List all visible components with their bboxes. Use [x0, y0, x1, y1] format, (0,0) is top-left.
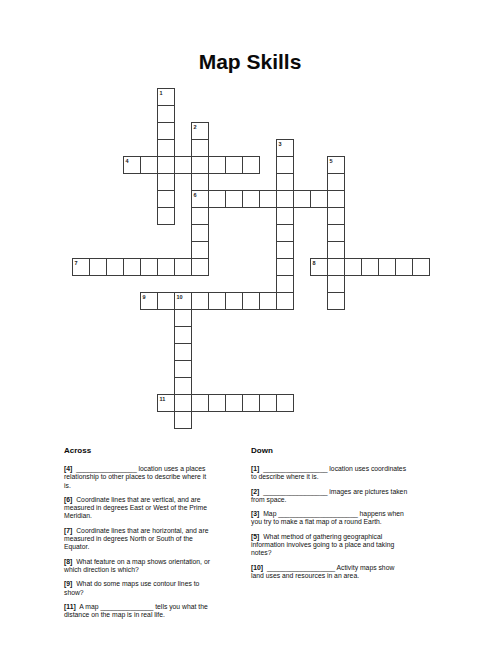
crossword-cell[interactable]	[276, 275, 294, 293]
across-clues-section: Across [4] ________________ location use…	[64, 446, 251, 625]
clue: [8] What feature on a map shows orientat…	[64, 558, 251, 575]
down-clue-list: [1] _________________ location uses coor…	[251, 465, 438, 580]
crossword-cell[interactable]	[276, 190, 294, 208]
crossword-cell[interactable]	[259, 190, 277, 208]
crossword-cell[interactable]	[276, 241, 294, 259]
clue-number: [4]	[64, 465, 72, 472]
crossword-cell[interactable]: 11	[157, 394, 175, 412]
crossword-cell[interactable]	[276, 224, 294, 242]
clue: [6] Coordinate lines that are vertical, …	[64, 496, 251, 521]
crossword-cell[interactable]: 8	[310, 258, 328, 276]
crossword-cell[interactable]	[157, 258, 175, 276]
crossword-cell[interactable]	[191, 292, 209, 310]
crossword-cell[interactable]	[242, 156, 260, 174]
down-header: Down	[251, 446, 438, 455]
cell-number: 7	[75, 260, 78, 266]
crossword-cell[interactable]	[225, 394, 243, 412]
clue-text: ________________ location uses a places …	[64, 465, 206, 489]
crossword-cell[interactable]	[327, 207, 345, 225]
crossword-cell[interactable]	[327, 173, 345, 191]
crossword-cell[interactable]: 9	[140, 292, 158, 310]
clue-number: [11]	[64, 603, 76, 610]
clue: [4] ________________ location uses a pla…	[64, 465, 251, 490]
cell-number: 9	[143, 294, 146, 300]
crossword-cell[interactable]	[191, 156, 209, 174]
crossword-cell[interactable]	[191, 241, 209, 259]
clue-number: [10]	[251, 564, 263, 571]
crossword-cell[interactable]: 10	[174, 292, 192, 310]
crossword-cell[interactable]	[191, 258, 209, 276]
clue-text: Map _____________________ happens when y…	[251, 510, 404, 525]
clue-text: __________________ Activity maps show la…	[251, 564, 394, 579]
cell-number: 4	[126, 158, 129, 164]
crossword-cell[interactable]	[157, 156, 175, 174]
crossword-cell[interactable]	[276, 258, 294, 276]
cell-number: 10	[177, 294, 183, 300]
cell-number: 3	[279, 141, 282, 147]
crossword-cell[interactable]	[327, 258, 345, 276]
clue-text: Coordinate lines that are horizontal, an…	[64, 527, 208, 551]
crossword-cell[interactable]: 4	[123, 156, 141, 174]
crossword-cell[interactable]	[140, 258, 158, 276]
cell-number: 5	[330, 158, 333, 164]
clue-number: [7]	[64, 527, 72, 534]
crossword-cell[interactable]	[174, 360, 192, 378]
clue-number: [1]	[251, 465, 259, 472]
crossword-cell[interactable]	[327, 190, 345, 208]
crossword-cell[interactable]	[412, 258, 430, 276]
crossword-cell[interactable]	[225, 156, 243, 174]
crossword-cell[interactable]	[123, 258, 141, 276]
clue-number: [9]	[64, 580, 72, 587]
crossword-cell[interactable]	[276, 394, 294, 412]
crossword-cell[interactable]	[327, 241, 345, 259]
crossword-cell[interactable]	[174, 377, 192, 395]
crossword-cell[interactable]	[174, 309, 192, 327]
clue-text: What method of gathering geographical in…	[251, 533, 394, 557]
clue: [7] Coordinate lines that are horizontal…	[64, 527, 251, 552]
crossword-cell[interactable]: 6	[191, 190, 209, 208]
cell-number: 11	[160, 396, 166, 402]
crossword-cell[interactable]	[378, 258, 396, 276]
crossword-cell[interactable]	[106, 258, 124, 276]
crossword-cell[interactable]	[327, 275, 345, 293]
clue: [11] A map ______________ tells you what…	[64, 603, 251, 620]
crossword-cell[interactable]	[242, 292, 260, 310]
clue: [3] Map _____________________ happens wh…	[251, 510, 438, 527]
clue-number: [8]	[64, 558, 72, 565]
crossword-cell[interactable]	[174, 411, 192, 429]
crossword-cell[interactable]	[276, 173, 294, 191]
crossword-cell[interactable]	[327, 292, 345, 310]
crossword-cell[interactable]: 5	[327, 156, 345, 174]
crossword-cell[interactable]	[225, 292, 243, 310]
crossword-cell[interactable]	[225, 190, 243, 208]
clue: [5] What method of gathering geographica…	[251, 533, 438, 558]
crossword-cell[interactable]	[276, 207, 294, 225]
crossword-cell[interactable]: 3	[276, 139, 294, 157]
crossword-cell[interactable]	[395, 258, 413, 276]
crossword-cell[interactable]	[293, 190, 311, 208]
clue-text: _________________ images are pictures ta…	[251, 488, 407, 503]
crossword-cell[interactable]	[327, 224, 345, 242]
crossword-cell[interactable]	[191, 173, 209, 191]
crossword-cell[interactable]	[157, 190, 175, 208]
crossword-cell[interactable]	[208, 190, 226, 208]
crossword-cell[interactable]	[208, 292, 226, 310]
crossword-cell[interactable]	[89, 258, 107, 276]
crossword-cell[interactable]	[157, 105, 175, 123]
crossword-cell[interactable]	[174, 343, 192, 361]
crossword-cell[interactable]	[157, 139, 175, 157]
clue: [2] _________________ images are picture…	[251, 488, 438, 505]
crossword-cell[interactable]	[208, 394, 226, 412]
crossword-cell[interactable]	[174, 326, 192, 344]
crossword-cell[interactable]	[174, 156, 192, 174]
crossword-cell[interactable]	[174, 258, 192, 276]
crossword-cell[interactable]: 7	[72, 258, 90, 276]
crossword-cell[interactable]: 1	[157, 88, 175, 106]
crossword-cell[interactable]	[276, 156, 294, 174]
cell-number: 8	[313, 260, 316, 266]
clue-text: What do some maps use contour lines to s…	[64, 580, 199, 595]
clue-text: Coordinate lines that are vertical, and …	[64, 496, 207, 520]
clue: [9] What do some maps use contour lines …	[64, 580, 251, 597]
cell-number: 1	[160, 90, 163, 96]
clue-number: [6]	[64, 496, 72, 503]
clue-number: [5]	[251, 533, 259, 540]
clue: [10] __________________ Activity maps sh…	[251, 564, 438, 581]
crossword-cell[interactable]	[242, 394, 260, 412]
page-title: Map Skills	[0, 50, 500, 74]
clue: [1] _________________ location uses coor…	[251, 465, 438, 482]
crossword-cell[interactable]	[242, 190, 260, 208]
across-clue-list: [4] ________________ location uses a pla…	[64, 465, 251, 619]
crossword-cell[interactable]	[191, 207, 209, 225]
crossword-cell[interactable]	[157, 173, 175, 191]
crossword-cell[interactable]	[157, 207, 175, 225]
crossword-cell[interactable]	[276, 292, 294, 310]
clue-text: A map ______________ tells you what the …	[64, 603, 208, 618]
crossword-cell[interactable]	[157, 292, 175, 310]
worksheet-page: Map Skills 4678910111235 Across [4] ____…	[0, 0, 500, 647]
crossword-cell[interactable]	[140, 156, 158, 174]
crossword-cell[interactable]	[310, 190, 328, 208]
crossword-cell[interactable]	[174, 394, 192, 412]
cell-number: 2	[194, 124, 197, 130]
crossword-cell[interactable]	[344, 258, 362, 276]
across-header: Across	[64, 446, 251, 455]
crossword-cell[interactable]	[191, 224, 209, 242]
crossword-grid: 4678910111235	[72, 88, 430, 429]
crossword-cell[interactable]	[157, 122, 175, 140]
crossword-cell[interactable]	[208, 156, 226, 174]
cell-number: 6	[194, 192, 197, 198]
clue-text: _________________ location uses coordina…	[251, 465, 406, 480]
crossword-cell[interactable]	[191, 139, 209, 157]
clue-number: [3]	[251, 510, 259, 517]
crossword-cell[interactable]	[191, 394, 209, 412]
crossword-cell[interactable]: 2	[191, 122, 209, 140]
clue-number: [2]	[251, 488, 259, 495]
crossword-cell[interactable]	[361, 258, 379, 276]
crossword-cell[interactable]	[259, 292, 277, 310]
clue-text: What feature on a map shows orientation,…	[64, 558, 210, 573]
crossword-cell[interactable]	[259, 394, 277, 412]
down-clues-section: Down [1] _________________ location uses…	[251, 446, 438, 586]
